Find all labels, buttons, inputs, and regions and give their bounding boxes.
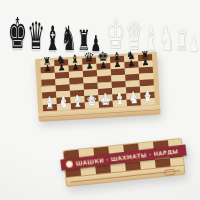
- piece-black-pawn: ♟: [99, 61, 107, 70]
- square-a1: ♜: [43, 104, 57, 111]
- square-e1: ♚: [99, 101, 113, 108]
- square-g1: ♞: [127, 99, 141, 106]
- product-photo: ♚♛♝♞♜♟ ♚♛♝♞♜♟ ♜♞♝♛♚♝♞♜♟♟♟♟♟♟♟♟♟♟♟♟♟♟♟♟♜♞…: [0, 0, 200, 200]
- piece-white-bishop: ♝: [73, 97, 84, 109]
- display-piece-black-bishop: ♝: [45, 21, 53, 55]
- square-h1: ♜: [141, 98, 155, 105]
- loose-piece-display-row: ♚♛♝♞♜♟ ♚♛♝♞♜♟: [3, 3, 197, 55]
- board-frame: ♜♞♝♛♚♝♞♜♟♟♟♟♟♟♟♟♟♟♟♟♟♟♟♟♜♞♝♛♚♝♞♜: [35, 52, 160, 114]
- piece-white-king: ♚: [99, 94, 111, 108]
- ribbon-emblem-icon: [65, 160, 73, 168]
- display-piece-black-queen: ♛: [27, 17, 36, 55]
- piece-white-queen: ♛: [85, 94, 97, 108]
- piece-white-knight: ♞: [128, 94, 139, 106]
- piece-white-knight: ♞: [59, 98, 70, 110]
- square-c1: ♝: [71, 102, 85, 109]
- piece-black-pawn: ♟: [44, 64, 52, 73]
- display-piece-white-rook: ♜: [175, 27, 182, 55]
- square-b1: ♞: [57, 103, 71, 110]
- piece-black-pawn: ♟: [141, 58, 149, 67]
- piece-black-pawn: ♟: [58, 63, 66, 72]
- piece-white-rook: ♜: [45, 100, 55, 111]
- square-d1: ♛: [85, 102, 99, 109]
- piece-black-pawn: ♟: [127, 59, 135, 68]
- black-piece-set: ♚♛♝♞♜♟: [3, 13, 99, 55]
- piece-black-pawn: ♟: [85, 61, 93, 70]
- piece-black-pawn: ♟: [71, 62, 79, 71]
- square-f1: ♝: [113, 100, 127, 107]
- display-piece-black-king: ♚: [8, 13, 18, 55]
- display-piece-black-knight: ♞: [61, 21, 70, 55]
- piece-white-bishop: ♝: [114, 95, 125, 107]
- piece-black-pawn: ♟: [113, 60, 121, 69]
- display-piece-white-pawn: ♟: [189, 33, 195, 55]
- folded-chessboard-box: ШАШКИ · ШАХМАТЫ · НАРДЫ: [62, 138, 185, 187]
- board-perspective-wrapper: ♜♞♝♛♚♝♞♜♟♟♟♟♟♟♟♟♟♟♟♟♟♟♟♟♜♞♝♛♚♝♞♜: [35, 52, 161, 122]
- piece-white-rook: ♜: [143, 94, 153, 105]
- folding-chessboard-open: ♜♞♝♛♚♝♞♜♟♟♟♟♟♟♟♟♟♟♟♟♟♟♟♟♜♞♝♛♚♝♞♜: [35, 59, 167, 137]
- display-piece-white-knight: ♞: [159, 21, 168, 55]
